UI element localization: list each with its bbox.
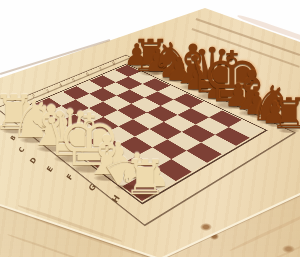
piece-shadow [150, 71, 166, 75]
piece-shadow [91, 158, 109, 163]
piece-shadow [53, 138, 71, 143]
piece-shadow [94, 174, 121, 181]
piece-shadow [268, 123, 283, 127]
piece-shadow [20, 137, 46, 144]
piece-shadow [109, 167, 127, 172]
piece-shadow [115, 184, 137, 190]
chess-set-photo: ABCDEFGH12345678 ♜♞♝♛♚♝♞♜♟♟♟♟♟♟♟♟♜♞♝♛♚♝♞… [0, 0, 300, 257]
piece-shadow [72, 148, 90, 153]
piece-shadow [130, 65, 145, 69]
piece-shadow [249, 114, 265, 118]
